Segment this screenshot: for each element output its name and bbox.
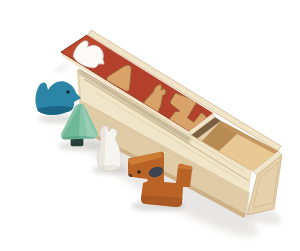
dog-eye bbox=[137, 170, 140, 173]
scene-svg bbox=[0, 0, 300, 251]
bird-eye bbox=[66, 90, 70, 94]
product-photo bbox=[0, 0, 300, 251]
